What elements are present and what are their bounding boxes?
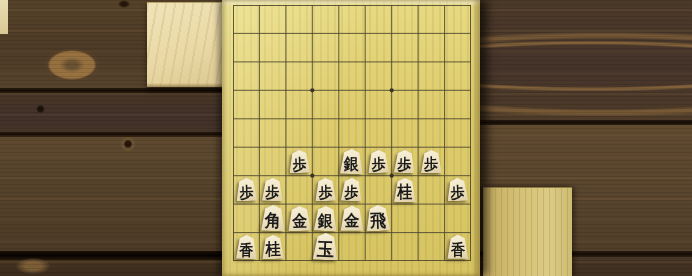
piece-kanji: 金 [344, 213, 359, 229]
shogi-piece-bishop-8h[interactable]: 角 [259, 204, 285, 232]
piece-kanji: 金 [292, 213, 307, 229]
piece-face: 歩 [421, 150, 442, 173]
wood-plank [0, 260, 222, 276]
piece-kanji: 香 [239, 242, 253, 257]
shogi-piece-pawn-5g[interactable]: 歩 [339, 176, 365, 204]
piece-kanji: 銀 [318, 213, 334, 230]
shogi-piece-knight-3g[interactable]: 桂 [392, 176, 418, 204]
piece-face: 銀 [340, 149, 363, 174]
shogi-board[interactable]: 歩銀歩歩歩歩歩歩歩桂歩角金銀金飛香桂玉香 [222, 0, 480, 276]
piece-face: 玉 [313, 233, 339, 261]
shogi-piece-king-6i[interactable]: 玉 [312, 233, 338, 261]
piece-kanji: 歩 [371, 156, 385, 171]
piece-face: 銀 [314, 205, 338, 231]
piece-face: 歩 [262, 178, 283, 201]
piece-kanji: 銀 [344, 156, 359, 172]
piece-kanji: 歩 [424, 156, 438, 171]
piece-kanji: 歩 [292, 156, 307, 172]
piece-face: 歩 [368, 150, 389, 173]
piece-kanji: 歩 [239, 185, 254, 201]
piece-kanji: 歩 [265, 185, 279, 200]
light-wood-sliver [0, 0, 8, 34]
shogi-photo-scene: 歩銀歩歩歩歩歩歩歩桂歩角金銀金飛香桂玉香 [0, 0, 692, 276]
piece-face: 香 [236, 235, 257, 259]
shogi-piece-silver-6h[interactable]: 銀 [312, 204, 338, 232]
piece-kanji: 桂 [265, 241, 280, 257]
piece-face: 桂 [394, 178, 416, 202]
piece-face: 香 [447, 235, 468, 259]
plank-seam [0, 251, 222, 260]
wood-plank [480, 0, 692, 122]
shogi-piece-pawn-3f[interactable]: 歩 [392, 147, 418, 175]
piece-face: 歩 [288, 150, 310, 174]
table-wood-right [480, 0, 692, 276]
piece-stand-top-left [147, 2, 225, 87]
piece-face: 金 [340, 206, 363, 231]
shogi-piece-pawn-7f[interactable]: 歩 [286, 147, 312, 175]
wood-plank [0, 93, 222, 134]
piece-kanji: 歩 [318, 185, 332, 200]
piece-face: 歩 [235, 178, 257, 202]
wood-plank [0, 137, 222, 253]
board-grid-area: 歩銀歩歩歩歩歩歩歩桂歩角金銀金飛香桂玉香 [233, 5, 471, 261]
shogi-piece-pawn-8g[interactable]: 歩 [259, 176, 285, 204]
piece-face: 歩 [315, 178, 336, 201]
piece-kanji: 歩 [451, 185, 466, 201]
shogi-piece-pawn-1g[interactable]: 歩 [445, 176, 471, 204]
shogi-piece-pawn-6g[interactable]: 歩 [312, 176, 338, 204]
piece-face: 金 [287, 206, 310, 231]
shogi-piece-gold-7h[interactable]: 金 [286, 204, 312, 232]
piece-kanji: 歩 [398, 156, 413, 172]
shogi-piece-rook-4h[interactable]: 飛 [365, 204, 391, 232]
shogi-piece-silver-5f[interactable]: 銀 [339, 147, 365, 175]
piece-face: 角 [260, 205, 284, 231]
piece-kanji: 玉 [317, 240, 335, 259]
piece-kanji: 飛 [370, 212, 387, 230]
pieces-layer: 歩銀歩歩歩歩歩歩歩桂歩角金銀金飛香桂玉香 [233, 5, 471, 261]
piece-stand-bottom-right [483, 187, 572, 276]
piece-face: 飛 [366, 205, 391, 232]
shogi-piece-pawn-2f[interactable]: 歩 [418, 147, 444, 175]
piece-face: 桂 [261, 235, 283, 259]
shogi-piece-gold-5h[interactable]: 金 [339, 204, 365, 232]
piece-face: 歩 [341, 178, 363, 202]
shogi-piece-lance-1i[interactable]: 香 [445, 233, 471, 261]
piece-kanji: 桂 [397, 184, 412, 200]
piece-kanji: 歩 [345, 185, 360, 201]
piece-kanji: 角 [264, 213, 280, 231]
shogi-piece-pawn-9g[interactable]: 歩 [233, 176, 259, 204]
piece-kanji: 香 [451, 242, 465, 257]
shogi-piece-knight-8i[interactable]: 桂 [259, 233, 285, 261]
shogi-piece-pawn-4f[interactable]: 歩 [365, 147, 391, 175]
piece-face: 歩 [394, 150, 416, 174]
piece-face: 歩 [447, 178, 469, 202]
shogi-piece-lance-9i[interactable]: 香 [233, 233, 259, 261]
